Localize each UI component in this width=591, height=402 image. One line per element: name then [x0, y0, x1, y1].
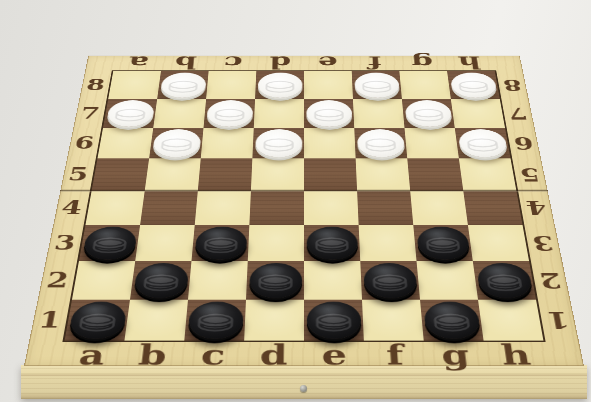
checkers-board: abcdefgh abcdefgh 87654321 87654321 ⛀⛀⛀⛀… [24, 56, 584, 366]
square [478, 300, 543, 341]
square [357, 191, 413, 225]
rank-label: 5 [60, 158, 95, 190]
file-label: d [256, 56, 304, 71]
rank-label: 2 [531, 261, 570, 299]
square [304, 191, 359, 225]
square [201, 128, 254, 159]
square: ⛂ [246, 261, 304, 299]
square [468, 225, 529, 261]
square: ⛀ [447, 71, 500, 99]
rank-label: 8 [496, 71, 528, 99]
square [108, 71, 161, 99]
top-file-labels: abcdefgh [113, 56, 494, 71]
square: ⛀ [455, 128, 511, 159]
square [356, 158, 411, 190]
file-label: f [364, 342, 426, 366]
square: ⛀ [304, 99, 354, 128]
square: ⛂ [130, 261, 191, 299]
file-label: c [182, 342, 244, 366]
scene: abcdefgh abcdefgh 87654321 87654321 ⛀⛀⛀⛀… [0, 0, 591, 402]
square [407, 158, 463, 190]
square [124, 300, 188, 341]
file-label: e [304, 56, 352, 71]
checker-black: ⛂ [475, 263, 533, 298]
square [404, 128, 458, 159]
checker-black: ⛂ [363, 263, 418, 298]
square: ⛂ [473, 261, 536, 299]
rank-label: 8 [79, 71, 111, 99]
square: ⛂ [184, 300, 246, 341]
screw [300, 385, 307, 392]
square [304, 128, 356, 159]
checker-white: ⛀ [206, 100, 253, 127]
checker-white: ⛀ [457, 129, 508, 157]
file-label: a [60, 342, 124, 366]
square [304, 71, 353, 99]
rank-label: 3 [524, 225, 562, 261]
file-label: b [161, 56, 210, 71]
square [417, 261, 478, 299]
square [140, 191, 198, 225]
bottom-file-labels: abcdefgh [60, 342, 548, 366]
square: ⛂ [420, 300, 484, 341]
checker-white: ⛀ [255, 129, 302, 157]
rank-label: 6 [67, 128, 101, 159]
file-label: f [351, 56, 399, 71]
file-label: a [113, 56, 163, 71]
square [244, 300, 304, 341]
square: ⛂ [304, 300, 364, 341]
square: ⛀ [204, 99, 256, 128]
square [153, 99, 206, 128]
rank-label: 7 [73, 99, 106, 128]
checker-black: ⛂ [67, 301, 127, 339]
square: ⛀ [354, 128, 407, 159]
square: ⛂ [65, 300, 130, 341]
file-label: b [121, 342, 184, 366]
square [362, 300, 424, 341]
file-label: e [304, 342, 365, 366]
checker-black: ⛂ [306, 301, 361, 339]
checker-white: ⛀ [159, 72, 206, 97]
square [85, 191, 144, 225]
checker-black: ⛂ [423, 301, 481, 339]
square [206, 71, 256, 99]
checker-black: ⛂ [133, 263, 189, 298]
file-label: d [243, 342, 304, 366]
square [135, 225, 195, 261]
square: ⛂ [360, 261, 420, 299]
checker-black: ⛂ [194, 226, 247, 259]
rank-label: 6 [507, 128, 541, 159]
checker-white: ⛀ [356, 129, 405, 157]
rank-label: 7 [501, 99, 534, 128]
square [188, 261, 248, 299]
square: ⛀ [255, 71, 304, 99]
checker-black: ⛂ [416, 226, 471, 259]
file-label: h [484, 342, 548, 366]
square [254, 99, 304, 128]
rank-label: 5 [512, 158, 547, 190]
square [463, 191, 522, 225]
file-label: c [209, 56, 257, 71]
checker-white: ⛀ [306, 100, 352, 127]
square: ⛂ [79, 225, 140, 261]
square: ⛂ [191, 225, 249, 261]
square: ⛀ [157, 71, 208, 99]
board-fold-seam [60, 190, 548, 192]
square [198, 158, 253, 190]
square: ⛂ [413, 225, 473, 261]
square [304, 158, 357, 190]
checker-white: ⛀ [449, 72, 497, 97]
file-label: g [398, 56, 447, 71]
square [97, 128, 153, 159]
checker-white: ⛀ [354, 72, 400, 97]
square [451, 99, 505, 128]
square [72, 261, 135, 299]
square [410, 191, 468, 225]
checker-black: ⛂ [248, 263, 301, 298]
square [359, 225, 417, 261]
file-label: g [424, 342, 487, 366]
square [304, 261, 362, 299]
rank-label: 3 [46, 225, 84, 261]
square [92, 158, 149, 190]
playing-area: ⛀⛀⛀⛀⛀⛀⛀⛀⛀⛀⛀⛀⛂⛂⛂⛂⛂⛂⛂⛂⛂⛂⛂⛂ [62, 70, 545, 342]
square: ⛀ [352, 71, 402, 99]
square: ⛀ [252, 128, 304, 159]
rank-label: 1 [538, 300, 579, 341]
board-front-edge [21, 365, 587, 399]
square: ⛀ [149, 128, 203, 159]
checker-white: ⛀ [151, 129, 201, 157]
square: ⛀ [103, 99, 157, 128]
square [353, 99, 405, 128]
square [195, 191, 251, 225]
checker-white: ⛀ [257, 72, 302, 97]
checker-white: ⛀ [105, 100, 155, 127]
square [145, 158, 201, 190]
square [251, 158, 304, 190]
checker-black: ⛂ [187, 301, 244, 339]
rank-label: 4 [53, 191, 90, 225]
checker-white: ⛀ [404, 100, 453, 127]
checker-black: ⛂ [82, 226, 138, 259]
square [249, 191, 304, 225]
square [248, 225, 304, 261]
square [399, 71, 450, 99]
file-label: h [445, 56, 495, 71]
rank-label: 4 [518, 191, 555, 225]
square: ⛂ [304, 225, 360, 261]
checker-black: ⛂ [306, 226, 358, 259]
square [459, 158, 516, 190]
square: ⛀ [402, 99, 455, 128]
